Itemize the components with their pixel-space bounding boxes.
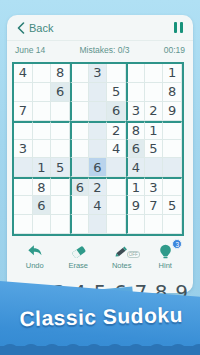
sudoku-cell-r7c5[interactable]: 2 bbox=[89, 177, 108, 196]
timer-label: 00:19 bbox=[164, 45, 185, 55]
sudoku-cell-r3c2[interactable] bbox=[33, 102, 52, 121]
sudoku-cell-r3c6[interactable]: 6 bbox=[107, 102, 126, 121]
hint-button[interactable]: 3 Hint bbox=[146, 243, 184, 270]
sudoku-cell-r1c2[interactable] bbox=[33, 64, 52, 83]
sudoku-cell-r4c7[interactable]: 8 bbox=[126, 121, 145, 140]
hint-bulb-icon bbox=[157, 243, 174, 259]
sudoku-cell-r1c7[interactable] bbox=[126, 64, 145, 83]
sudoku-cell-r7c2[interactable]: 8 bbox=[33, 177, 52, 196]
sudoku-cell-r1c4[interactable] bbox=[70, 64, 89, 83]
sudoku-cell-r5c6[interactable]: 4 bbox=[107, 140, 126, 159]
sudoku-cell-r5c1[interactable]: 3 bbox=[14, 140, 33, 159]
sudoku-cell-r8c6[interactable] bbox=[107, 196, 126, 215]
notes-off-badge: OFF bbox=[127, 251, 140, 258]
sudoku-cell-r5c3[interactable] bbox=[51, 140, 70, 159]
sudoku-cell-r5c2[interactable] bbox=[33, 140, 52, 159]
sudoku-cell-r4c5[interactable] bbox=[89, 121, 108, 140]
sudoku-board: 483165876329281346515648621364975 bbox=[12, 62, 184, 236]
back-label: Back bbox=[29, 22, 53, 34]
sudoku-cell-r6c6[interactable] bbox=[107, 158, 126, 177]
sudoku-cell-r8c9[interactable]: 5 bbox=[163, 196, 182, 215]
sudoku-cell-r9c6[interactable] bbox=[107, 215, 126, 234]
erase-button[interactable]: Erase bbox=[59, 243, 97, 270]
sudoku-cell-r9c5[interactable] bbox=[89, 215, 108, 234]
sudoku-cell-r8c7[interactable]: 9 bbox=[126, 196, 145, 215]
status-row: June 14 Mistakes: 0/3 00:19 bbox=[7, 41, 193, 57]
sudoku-cell-r2c9[interactable]: 8 bbox=[163, 83, 182, 102]
sudoku-cell-r9c2[interactable] bbox=[33, 215, 52, 234]
sudoku-cell-r1c1[interactable]: 4 bbox=[14, 64, 33, 83]
sudoku-cell-r5c8[interactable]: 5 bbox=[145, 140, 164, 159]
sudoku-cell-r7c8[interactable]: 3 bbox=[145, 177, 164, 196]
sudoku-cell-r7c7[interactable]: 1 bbox=[126, 177, 145, 196]
sudoku-cell-r1c5[interactable]: 3 bbox=[89, 64, 108, 83]
back-button[interactable]: Back bbox=[17, 22, 53, 34]
sudoku-cell-r1c9[interactable]: 1 bbox=[163, 64, 182, 83]
sudoku-cell-r7c9[interactable] bbox=[163, 177, 182, 196]
banner-title: Classic Sudoku bbox=[0, 302, 200, 332]
sudoku-cell-r9c9[interactable] bbox=[163, 215, 182, 234]
sudoku-cell-r7c1[interactable] bbox=[14, 177, 33, 196]
sudoku-cell-r8c2[interactable]: 6 bbox=[33, 196, 52, 215]
sudoku-app-screen: Back June 14 Mistakes: 0/3 00:19 4831658… bbox=[0, 0, 200, 355]
sudoku-cell-r9c4[interactable] bbox=[70, 215, 89, 234]
notes-label: Notes bbox=[112, 261, 132, 270]
sudoku-cell-r2c1[interactable] bbox=[14, 83, 33, 102]
sudoku-cell-r5c9[interactable] bbox=[163, 140, 182, 159]
sudoku-cell-r8c4[interactable] bbox=[70, 196, 89, 215]
sudoku-cell-r7c3[interactable] bbox=[51, 177, 70, 196]
sudoku-cell-r1c3[interactable]: 8 bbox=[51, 64, 70, 83]
sudoku-cell-r4c4[interactable] bbox=[70, 121, 89, 140]
pause-button[interactable] bbox=[174, 22, 183, 33]
sudoku-cell-r4c6[interactable]: 2 bbox=[107, 121, 126, 140]
sudoku-cell-r1c6[interactable] bbox=[107, 64, 126, 83]
sudoku-cell-r9c8[interactable] bbox=[145, 215, 164, 234]
sudoku-cell-r6c2[interactable]: 1 bbox=[33, 158, 52, 177]
sudoku-cell-r8c5[interactable]: 4 bbox=[89, 196, 108, 215]
eraser-icon bbox=[70, 243, 87, 259]
sudoku-cell-r2c4[interactable] bbox=[70, 83, 89, 102]
undo-label: Undo bbox=[26, 261, 44, 270]
sudoku-cell-r1c8[interactable] bbox=[145, 64, 164, 83]
sudoku-cell-r7c4[interactable]: 6 bbox=[70, 177, 89, 196]
sudoku-cell-r7c6[interactable] bbox=[107, 177, 126, 196]
sudoku-cell-r3c4[interactable] bbox=[70, 102, 89, 121]
sudoku-cell-r3c7[interactable]: 3 bbox=[126, 102, 145, 121]
sudoku-cell-r2c7[interactable] bbox=[126, 83, 145, 102]
sudoku-cell-r4c2[interactable] bbox=[33, 121, 52, 140]
sudoku-cell-r5c5[interactable] bbox=[89, 140, 108, 159]
mistakes-label: Mistakes: 0/3 bbox=[79, 45, 129, 55]
sudoku-cell-r3c3[interactable] bbox=[51, 102, 70, 121]
hint-label: Hint bbox=[159, 261, 172, 270]
sudoku-cell-r2c6[interactable]: 5 bbox=[107, 83, 126, 102]
sudoku-cell-r2c8[interactable] bbox=[145, 83, 164, 102]
sudoku-cell-r3c8[interactable]: 2 bbox=[145, 102, 164, 121]
undo-button[interactable]: Undo bbox=[16, 243, 54, 270]
sudoku-cell-r3c1[interactable]: 7 bbox=[14, 102, 33, 121]
sudoku-cell-r6c3[interactable]: 5 bbox=[51, 158, 70, 177]
notes-button[interactable]: OFF Notes bbox=[103, 243, 141, 270]
date-label: June 14 bbox=[15, 45, 45, 55]
sudoku-cell-r9c7[interactable] bbox=[126, 215, 145, 234]
sudoku-cell-r8c3[interactable] bbox=[51, 196, 70, 215]
sudoku-cell-r3c9[interactable]: 9 bbox=[163, 102, 182, 121]
sudoku-cell-r2c2[interactable] bbox=[33, 83, 52, 102]
sudoku-cell-r8c8[interactable]: 7 bbox=[145, 196, 164, 215]
top-bar: Back bbox=[7, 15, 193, 41]
sudoku-cell-r6c4[interactable] bbox=[70, 158, 89, 177]
sudoku-cell-r8c1[interactable] bbox=[14, 196, 33, 215]
sudoku-cell-r6c1[interactable] bbox=[14, 158, 33, 177]
sudoku-cell-r6c7[interactable]: 4 bbox=[126, 158, 145, 177]
sudoku-cell-r4c8[interactable]: 1 bbox=[145, 121, 164, 140]
sudoku-cell-r3c5[interactable] bbox=[89, 102, 108, 121]
chevron-left-icon bbox=[17, 22, 25, 34]
sudoku-cell-r4c3[interactable] bbox=[51, 121, 70, 140]
sudoku-cell-r9c1[interactable] bbox=[14, 215, 33, 234]
erase-label: Erase bbox=[68, 261, 88, 270]
pause-bar-icon bbox=[180, 22, 183, 33]
undo-arrow-icon bbox=[26, 243, 43, 259]
sudoku-cell-r2c3[interactable]: 6 bbox=[51, 83, 70, 102]
sudoku-cell-r5c4[interactable] bbox=[70, 140, 89, 159]
pause-bar-icon bbox=[174, 22, 177, 33]
sudoku-cell-r6c9[interactable] bbox=[163, 158, 182, 177]
sudoku-cell-r4c9[interactable] bbox=[163, 121, 182, 140]
sudoku-cell-r5c7[interactable]: 6 bbox=[126, 140, 145, 159]
sudoku-cell-r2c5[interactable] bbox=[89, 83, 108, 102]
sudoku-cell-r6c8[interactable] bbox=[145, 158, 164, 177]
game-card: Back June 14 Mistakes: 0/3 00:19 4831658… bbox=[7, 15, 193, 293]
sudoku-cell-r4c1[interactable] bbox=[14, 121, 33, 140]
toolbar: Undo Erase bbox=[7, 243, 193, 270]
banner-wave-decoration bbox=[0, 337, 200, 355]
sudoku-cell-r6c5[interactable]: 6 bbox=[89, 158, 108, 177]
sudoku-cell-r9c3[interactable] bbox=[51, 215, 70, 234]
hint-count-badge: 3 bbox=[172, 239, 182, 249]
